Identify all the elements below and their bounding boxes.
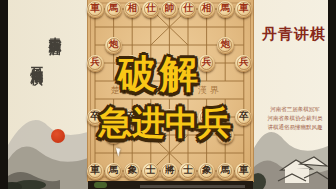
piece-red-兵: 兵 <box>87 55 104 72</box>
plant-decoration <box>94 182 107 188</box>
piece-red-仕: 仕 <box>179 1 196 18</box>
piece-black-車: 車 <box>87 163 104 180</box>
board-cell: 兵 <box>234 54 253 72</box>
channel-credentials: 河南省三届象棋冠军 河南省象棋协会裁判员 讲棋通俗易懂幽默风趣 <box>258 105 332 132</box>
credential-line: 讲棋通俗易懂幽默风趣 <box>258 123 332 132</box>
poem-line-1: 青山不厌三杯酒 <box>46 27 63 127</box>
board-cell: 馬 <box>104 0 123 18</box>
board-cell: 車 <box>234 0 253 18</box>
piece-black-將: 將 <box>161 163 178 180</box>
piece-red-馬: 馬 <box>217 1 234 18</box>
piece-black-士: 士 <box>142 163 159 180</box>
piece-red-馬: 馬 <box>105 1 122 18</box>
board-cell: 相 <box>123 0 142 18</box>
piece-red-兵: 兵 <box>235 55 252 72</box>
table-edge <box>140 185 245 188</box>
board-cell: 相 <box>197 0 216 18</box>
piece-black-馬: 馬 <box>217 163 234 180</box>
board-cell: 馬 <box>216 162 235 180</box>
board-cell: 車 <box>234 162 253 180</box>
board-cell: 士 <box>179 162 198 180</box>
channel-name: 丹青讲棋 <box>258 25 330 44</box>
board-cell: 帥 <box>160 0 179 18</box>
piece-red-車: 車 <box>87 1 104 18</box>
poem-line-2: 长日惟消一局棋 <box>28 57 45 167</box>
credential-line: 河南省象棋协会裁判员 <box>258 114 332 123</box>
title-line-2: 急进中兵 <box>99 101 231 146</box>
credential-line: 河南省三届象棋冠军 <box>258 105 332 114</box>
piece-red-炮: 炮 <box>217 37 234 54</box>
piece-black-象: 象 <box>198 163 215 180</box>
piece-black-車: 車 <box>235 163 252 180</box>
title-line-1: 破解 <box>118 49 202 100</box>
board-cell: 將 <box>160 162 179 180</box>
piece-black-士: 士 <box>179 163 196 180</box>
board-bottom-edge <box>88 181 253 189</box>
piece-red-帥: 帥 <box>161 1 178 18</box>
board-cell: 卒 <box>234 108 253 126</box>
board-cell: 車 <box>86 0 105 18</box>
piece-red-仕: 仕 <box>142 1 159 18</box>
piece-black-馬: 馬 <box>105 163 122 180</box>
piece-black-卒: 卒 <box>235 109 252 126</box>
letterbox-bar-right <box>328 0 336 189</box>
video-thumbnail: 青山不厌三杯酒 长日惟消一局棋 丹青讲棋 河南省三届象棋冠军 河南省象棋协会裁判… <box>0 0 336 189</box>
board-cell: 象 <box>123 162 142 180</box>
board-cell: 仕 <box>179 0 198 18</box>
board-cell: 馬 <box>216 0 235 18</box>
red-sun-decoration <box>51 129 65 143</box>
letterbox-bar-left <box>0 0 8 189</box>
piece-red-相: 相 <box>124 1 141 18</box>
board-cell: 馬 <box>104 162 123 180</box>
board-cell: 兵 <box>86 54 105 72</box>
board-cell: 仕 <box>141 0 160 18</box>
piece-black-象: 象 <box>124 163 141 180</box>
board-cell: 炮 <box>216 36 235 54</box>
board-cell: 象 <box>197 162 216 180</box>
board-cell: 士 <box>141 162 160 180</box>
piece-red-車: 車 <box>235 1 252 18</box>
board-cell: 車 <box>86 162 105 180</box>
piece-red-相: 相 <box>198 1 215 18</box>
